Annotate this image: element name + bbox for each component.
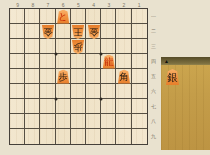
board-cell-4五[interactable] (86, 69, 101, 84)
board-cell-4七[interactable] (86, 99, 101, 114)
rank-label-一: 一 (149, 9, 158, 24)
piece-glyph: 角 (119, 70, 129, 84)
board-cell-3六[interactable] (101, 84, 116, 99)
board-cell-4一[interactable] (86, 9, 101, 24)
board-cell-3二[interactable] (101, 24, 116, 39)
board-cell-5八[interactable] (71, 114, 86, 129)
board-cell-6七[interactable] (56, 99, 71, 114)
board-cell-8四[interactable] (25, 54, 40, 69)
board-cell-1二[interactable] (132, 24, 147, 39)
board-cell-1九[interactable] (132, 129, 147, 144)
board-cell-2六[interactable] (116, 84, 131, 99)
board-cell-2三[interactable] (116, 39, 131, 54)
rank-label-八: 八 (149, 114, 158, 129)
board-cell-3九[interactable] (101, 129, 116, 144)
board-cell-2四[interactable] (116, 54, 131, 69)
board-cell-9一[interactable] (10, 9, 25, 24)
piece-glyph: と (58, 10, 68, 24)
board-cell-2一[interactable] (116, 9, 131, 24)
board-cell-1七[interactable] (132, 99, 147, 114)
board-cell-8九[interactable] (25, 129, 40, 144)
board-cell-1四[interactable] (132, 54, 147, 69)
piece-glyph: 歩 (74, 40, 84, 54)
piece-glyph: 金 (89, 25, 99, 39)
board-cell-2八[interactable] (116, 114, 131, 129)
board-cell-9九[interactable] (10, 129, 25, 144)
board-cell-5五[interactable] (71, 69, 86, 84)
board-cell-8一[interactable] (25, 9, 40, 24)
board-cell-7四[interactable] (40, 54, 55, 69)
board-cell-7七[interactable] (40, 99, 55, 114)
board-cell-5四[interactable] (71, 54, 86, 69)
shogi-app: 987654321 一二三四五六七八九 ▲ 銀 と金王金歩龍角歩 (0, 0, 210, 155)
piece-glyph: 金 (43, 25, 53, 39)
komadai-header: ▲ (161, 57, 210, 65)
piece-7二-gote[interactable]: 金 (42, 25, 54, 39)
rank-label-二: 二 (149, 24, 158, 39)
board-cell-6三[interactable] (56, 39, 71, 54)
rank-label-六: 六 (149, 84, 158, 99)
board-cell-9三[interactable] (10, 39, 25, 54)
piece-glyph: 龍 (104, 55, 114, 69)
board-cell-6八[interactable] (56, 114, 71, 129)
piece-6五-sente[interactable]: 歩 (57, 70, 69, 84)
board-cell-9二[interactable] (10, 24, 25, 39)
hoshi-dot (100, 98, 103, 101)
board-cell-1三[interactable] (132, 39, 147, 54)
board-cell-6四[interactable] (56, 54, 71, 69)
board-cell-7三[interactable] (40, 39, 55, 54)
board-cell-3三[interactable] (101, 39, 116, 54)
board-cell-9六[interactable] (10, 84, 25, 99)
board-cell-1五[interactable] (132, 69, 147, 84)
piece-glyph: 歩 (58, 70, 68, 84)
rank-label-四: 四 (149, 54, 158, 69)
board-cell-5九[interactable] (71, 129, 86, 144)
board-cell-1一[interactable] (132, 9, 147, 24)
board-cell-8三[interactable] (25, 39, 40, 54)
board-cell-3八[interactable] (101, 114, 116, 129)
piece-3四-sente[interactable]: 龍 (103, 55, 115, 69)
board-cell-6六[interactable] (56, 84, 71, 99)
board-cell-3七[interactable] (101, 99, 116, 114)
board-cell-9七[interactable] (10, 99, 25, 114)
board-cell-7九[interactable] (40, 129, 55, 144)
board-cell-2二[interactable] (116, 24, 131, 39)
board-cell-1八[interactable] (132, 114, 147, 129)
hoshi-dot (100, 53, 103, 56)
piece-6一-sente[interactable]: と (57, 10, 69, 24)
board-cell-4三[interactable] (86, 39, 101, 54)
board-cell-5七[interactable] (71, 99, 86, 114)
board-cell-3一[interactable] (101, 9, 116, 24)
board-cell-6二[interactable] (56, 24, 71, 39)
rank-label-三: 三 (149, 39, 158, 54)
board-cell-9四[interactable] (10, 54, 25, 69)
board-cell-9八[interactable] (10, 114, 25, 129)
board-cell-5一[interactable] (71, 9, 86, 24)
hoshi-dot (54, 98, 57, 101)
board-cell-7五[interactable] (40, 69, 55, 84)
board-cell-8六[interactable] (25, 84, 40, 99)
board-cell-1六[interactable] (132, 84, 147, 99)
board-cell-6九[interactable] (56, 129, 71, 144)
board-cell-4九[interactable] (86, 129, 101, 144)
rank-label-七: 七 (149, 99, 158, 114)
board-cell-9五[interactable] (10, 69, 25, 84)
board-cell-2九[interactable] (116, 129, 131, 144)
rank-label-九: 九 (149, 129, 158, 144)
sente-marker-icon: ▲ (164, 57, 169, 65)
board-cell-8八[interactable] (25, 114, 40, 129)
board-cell-8二[interactable] (25, 24, 40, 39)
hoshi-dot (54, 53, 57, 56)
rank-label-五: 五 (149, 69, 158, 84)
board-cell-4八[interactable] (86, 114, 101, 129)
board-cell-7八[interactable] (40, 114, 55, 129)
board-cell-5六[interactable] (71, 84, 86, 99)
board-cell-8五[interactable] (25, 69, 40, 84)
board-cell-7六[interactable] (40, 84, 55, 99)
board-cell-8七[interactable] (25, 99, 40, 114)
piece-2五-sente[interactable]: 角 (118, 70, 130, 84)
board-cell-2七[interactable] (116, 99, 131, 114)
komadai-sente: ▲ 銀 (161, 57, 210, 150)
board-cell-3五[interactable] (101, 69, 116, 84)
board-cell-4四[interactable] (86, 54, 101, 69)
piece-glyph: 王 (74, 25, 84, 39)
board-cell-4六[interactable] (86, 84, 101, 99)
hand-piece-銀[interactable]: 銀 (166, 69, 179, 85)
board-cell-7一[interactable] (40, 9, 55, 24)
hand-piece-glyph: 銀 (167, 69, 178, 85)
